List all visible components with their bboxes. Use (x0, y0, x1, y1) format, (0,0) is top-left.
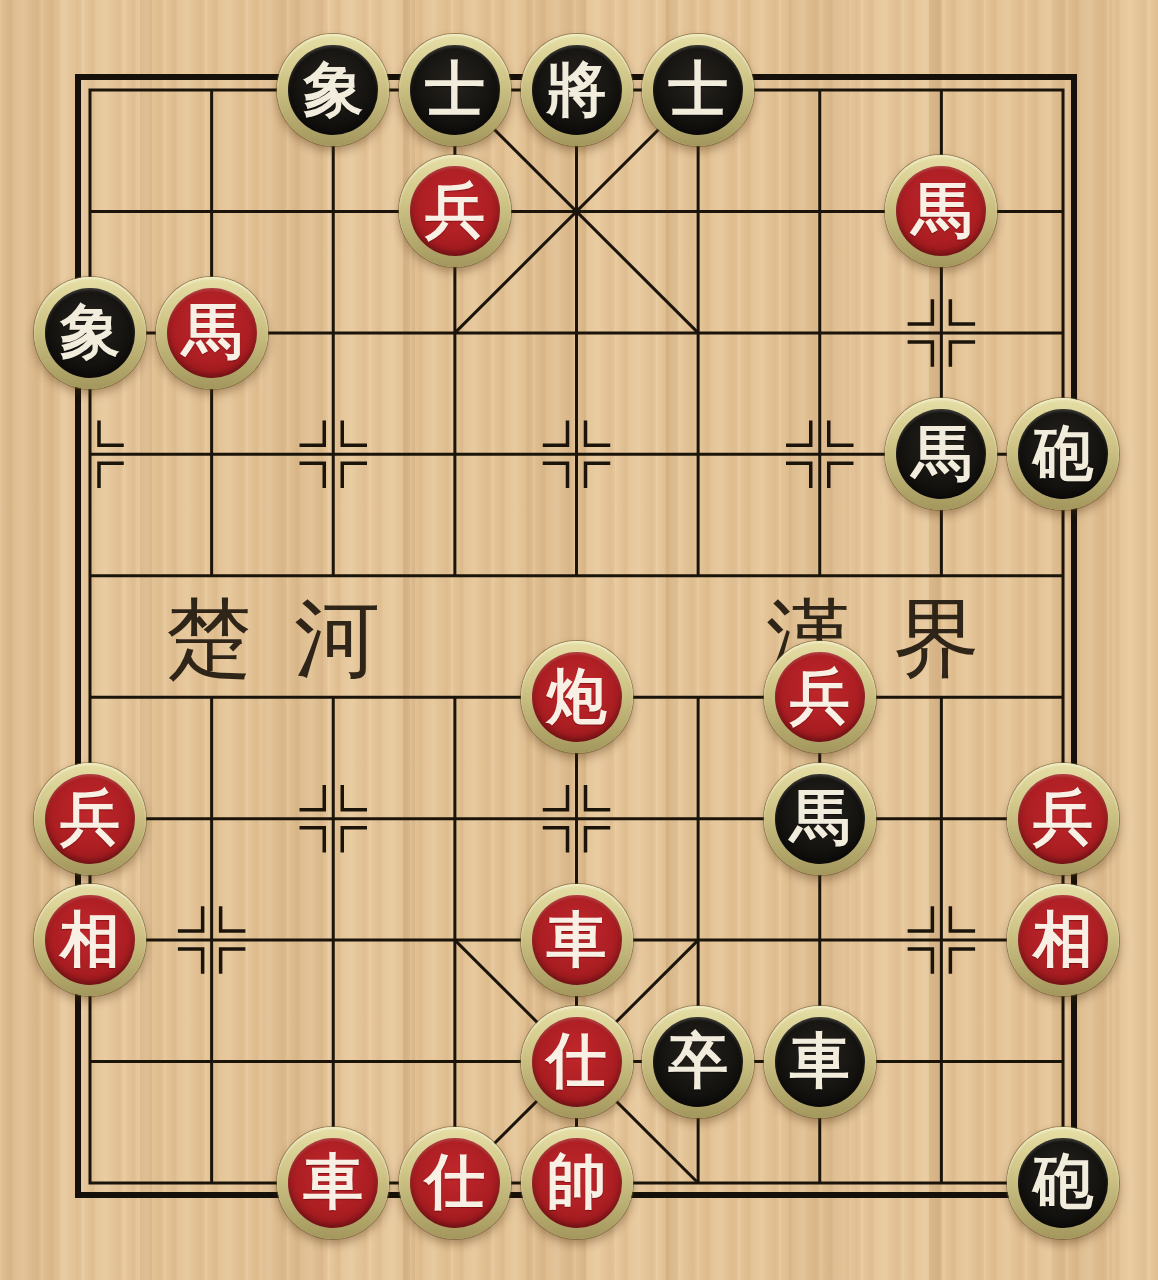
piece-glyph: 砲 (1033, 423, 1093, 486)
piece-disc: 帥 (532, 1138, 622, 1228)
piece-glyph: 帥 (547, 1151, 607, 1214)
piece-black-elephant[interactable]: 象 (34, 277, 146, 389)
piece-disc: 砲 (1018, 1138, 1108, 1228)
piece-black-elephant[interactable]: 象 (277, 34, 389, 146)
piece-disc: 兵 (410, 166, 500, 256)
piece-red-advisor[interactable]: 仕 (521, 1006, 633, 1118)
piece-glyph: 兵 (790, 666, 850, 729)
piece-black-chariot[interactable]: 車 (764, 1006, 876, 1118)
piece-disc: 兵 (775, 652, 865, 742)
piece-glyph: 相 (1033, 909, 1093, 972)
piece-glyph: 馬 (911, 423, 971, 486)
piece-disc: 象 (288, 45, 378, 135)
piece-disc: 炮 (532, 652, 622, 742)
piece-disc: 車 (532, 895, 622, 985)
piece-red-soldier[interactable]: 兵 (34, 763, 146, 875)
piece-red-chariot[interactable]: 車 (277, 1127, 389, 1239)
piece-black-cannon[interactable]: 砲 (1007, 1127, 1119, 1239)
piece-glyph: 象 (303, 59, 363, 122)
piece-glyph: 砲 (1033, 1151, 1093, 1214)
piece-red-horse[interactable]: 馬 (885, 155, 997, 267)
piece-disc: 馬 (896, 166, 986, 256)
piece-glyph: 仕 (425, 1151, 485, 1214)
xiangqi-board: 楚河 漢界 象士將士兵馬象馬馬砲炮兵兵馬兵相車相仕卒車車仕帥砲 (0, 0, 1158, 1280)
piece-glyph: 炮 (547, 666, 607, 729)
piece-disc: 砲 (1018, 409, 1108, 499)
piece-black-advisor[interactable]: 士 (399, 34, 511, 146)
piece-red-soldier[interactable]: 兵 (764, 641, 876, 753)
piece-red-elephant[interactable]: 相 (1007, 884, 1119, 996)
piece-glyph: 兵 (425, 180, 485, 243)
piece-disc: 仕 (532, 1017, 622, 1107)
piece-disc: 將 (532, 45, 622, 135)
piece-glyph: 象 (60, 301, 120, 364)
piece-black-horse[interactable]: 馬 (885, 398, 997, 510)
piece-glyph: 馬 (790, 787, 850, 850)
piece-glyph: 士 (668, 59, 728, 122)
piece-red-general[interactable]: 帥 (521, 1127, 633, 1239)
piece-red-elephant[interactable]: 相 (34, 884, 146, 996)
piece-red-cannon[interactable]: 炮 (521, 641, 633, 753)
pieces-layer: 象士將士兵馬象馬馬砲炮兵兵馬兵相車相仕卒車車仕帥砲 (0, 0, 1158, 1280)
piece-disc: 馬 (896, 409, 986, 499)
piece-red-soldier[interactable]: 兵 (1007, 763, 1119, 875)
piece-glyph: 相 (60, 909, 120, 972)
piece-glyph: 卒 (668, 1030, 728, 1093)
piece-disc: 象 (45, 288, 135, 378)
piece-disc: 相 (1018, 895, 1108, 985)
piece-glyph: 車 (303, 1151, 363, 1214)
piece-black-cannon[interactable]: 砲 (1007, 398, 1119, 510)
piece-black-general[interactable]: 將 (521, 34, 633, 146)
piece-red-soldier[interactable]: 兵 (399, 155, 511, 267)
piece-black-soldier[interactable]: 卒 (642, 1006, 754, 1118)
piece-glyph: 仕 (547, 1030, 607, 1093)
piece-red-advisor[interactable]: 仕 (399, 1127, 511, 1239)
piece-disc: 車 (288, 1138, 378, 1228)
piece-disc: 仕 (410, 1138, 500, 1228)
piece-disc: 兵 (1018, 774, 1108, 864)
piece-glyph: 馬 (911, 180, 971, 243)
piece-glyph: 車 (547, 909, 607, 972)
piece-disc: 車 (775, 1017, 865, 1107)
piece-disc: 相 (45, 895, 135, 985)
piece-disc: 卒 (653, 1017, 743, 1107)
piece-glyph: 將 (547, 59, 607, 122)
piece-glyph: 兵 (1033, 787, 1093, 850)
piece-glyph: 車 (790, 1030, 850, 1093)
piece-disc: 士 (410, 45, 500, 135)
piece-glyph: 兵 (60, 787, 120, 850)
piece-glyph: 馬 (182, 301, 242, 364)
piece-black-horse[interactable]: 馬 (764, 763, 876, 875)
piece-black-advisor[interactable]: 士 (642, 34, 754, 146)
piece-disc: 馬 (167, 288, 257, 378)
piece-disc: 士 (653, 45, 743, 135)
piece-disc: 馬 (775, 774, 865, 864)
piece-disc: 兵 (45, 774, 135, 864)
piece-glyph: 士 (425, 59, 485, 122)
piece-red-horse[interactable]: 馬 (156, 277, 268, 389)
piece-red-chariot[interactable]: 車 (521, 884, 633, 996)
